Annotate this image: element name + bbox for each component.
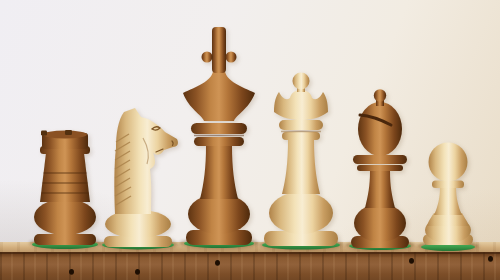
knight-piece bbox=[99, 108, 179, 250]
finial-knob bbox=[374, 89, 386, 101]
column-stem bbox=[200, 146, 238, 199]
cup-rim bbox=[183, 71, 255, 93]
tapered-stem bbox=[40, 153, 90, 202]
neck-stem bbox=[434, 187, 462, 215]
column-stem bbox=[282, 140, 320, 194]
pawn-piece bbox=[419, 142, 477, 252]
body-bulb bbox=[188, 194, 250, 234]
nail-hole bbox=[69, 269, 74, 275]
king-piece bbox=[180, 27, 258, 249]
table-edge-front-face bbox=[0, 252, 500, 280]
collar-ring bbox=[194, 137, 244, 146]
collar-ring bbox=[191, 123, 247, 134]
head-ball bbox=[429, 143, 468, 182]
nail-hole bbox=[488, 256, 493, 262]
finial-cross-arm bbox=[226, 52, 237, 63]
finial-ball bbox=[293, 73, 310, 90]
nail-hole bbox=[409, 258, 414, 264]
collar-ring bbox=[282, 132, 320, 140]
battlement-notch bbox=[41, 131, 47, 136]
base-disk bbox=[34, 234, 96, 245]
queen-piece bbox=[261, 72, 341, 251]
collar-ring bbox=[357, 165, 403, 171]
finial-cross-post bbox=[212, 27, 226, 73]
coronet-crown bbox=[274, 90, 328, 120]
battlement-notch bbox=[65, 130, 72, 135]
collar-ring bbox=[279, 120, 323, 130]
body-bulb bbox=[354, 204, 406, 242]
horse-head bbox=[114, 108, 178, 214]
body-bulb bbox=[269, 192, 333, 234]
mitre bbox=[358, 102, 402, 156]
pedestal-bun bbox=[105, 210, 171, 238]
collar-ring bbox=[432, 181, 464, 189]
nail-hole bbox=[215, 260, 220, 266]
body-bulb bbox=[34, 199, 96, 235]
flared-cup bbox=[183, 93, 255, 121]
column-stem bbox=[365, 171, 395, 208]
chess-pieces-product-photo bbox=[0, 0, 500, 280]
rook-piece bbox=[32, 130, 98, 249]
collar-ring bbox=[353, 155, 407, 164]
nail-hole bbox=[135, 269, 140, 275]
finial-cross-arm bbox=[202, 52, 213, 63]
bishop-piece bbox=[346, 88, 410, 251]
